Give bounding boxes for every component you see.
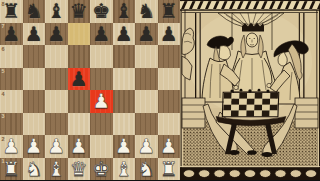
square-d5[interactable]: ♟ — [68, 68, 91, 91]
square-d6[interactable] — [68, 45, 91, 68]
square-d4[interactable] — [68, 90, 91, 113]
square-e3[interactable] — [90, 113, 113, 136]
black-queen: ♛ — [70, 0, 88, 23]
square-a7[interactable]: 7♟ — [0, 23, 23, 46]
black-pawn: ♟ — [137, 23, 155, 46]
square-g4[interactable] — [135, 90, 158, 113]
white-pawn: ♟ — [70, 135, 88, 158]
square-h8[interactable]: ♜ — [158, 0, 181, 23]
white-rook: ♜ — [160, 158, 178, 181]
square-f2[interactable]: ♟ — [113, 135, 136, 158]
square-h1[interactable]: ♜ — [158, 158, 181, 181]
square-g5[interactable] — [135, 68, 158, 91]
white-pawn: ♟ — [25, 135, 43, 158]
square-h6[interactable] — [158, 45, 181, 68]
square-d2[interactable]: ♟ — [68, 135, 91, 158]
square-c3[interactable] — [45, 113, 68, 136]
rank-label: 4 — [2, 91, 5, 97]
square-c6[interactable] — [45, 45, 68, 68]
square-a8[interactable]: 8♜ — [0, 0, 23, 23]
black-knight: ♞ — [25, 0, 43, 23]
square-c4[interactable] — [45, 90, 68, 113]
black-rook: ♜ — [160, 0, 178, 23]
rank-label: 5 — [2, 68, 5, 74]
square-b8[interactable]: ♞ — [23, 0, 46, 23]
square-f1[interactable]: ♝ — [113, 158, 136, 181]
square-e2[interactable] — [90, 135, 113, 158]
rank-label: 6 — [2, 46, 5, 52]
square-b6[interactable] — [23, 45, 46, 68]
black-bishop: ♝ — [47, 0, 65, 23]
square-c1[interactable]: ♝ — [45, 158, 68, 181]
square-b2[interactable]: ♟ — [23, 135, 46, 158]
square-d7[interactable] — [68, 23, 91, 46]
square-d8[interactable]: ♛ — [68, 0, 91, 23]
square-c2[interactable]: ♟ — [45, 135, 68, 158]
medieval-chess-woodcut — [180, 0, 320, 180]
square-e7[interactable]: ♟ — [90, 23, 113, 46]
square-f3[interactable] — [113, 113, 136, 136]
black-pawn: ♟ — [25, 23, 43, 46]
square-g3[interactable] — [135, 113, 158, 136]
black-pawn: ♟ — [2, 23, 20, 46]
white-pawn: ♟ — [92, 90, 110, 113]
white-bishop: ♝ — [47, 158, 65, 181]
square-c7[interactable]: ♟ — [45, 23, 68, 46]
white-king: ♚ — [92, 158, 110, 181]
square-e1[interactable]: ♚ — [90, 158, 113, 181]
black-bishop: ♝ — [115, 0, 133, 23]
square-g7[interactable]: ♟ — [135, 23, 158, 46]
black-pawn: ♟ — [92, 23, 110, 46]
square-f7[interactable]: ♟ — [113, 23, 136, 46]
square-c8[interactable]: ♝ — [45, 0, 68, 23]
rank-label: 3 — [2, 113, 5, 119]
white-pawn: ♟ — [47, 135, 65, 158]
square-f8[interactable]: ♝ — [113, 0, 136, 23]
rank-label: 1 — [2, 158, 5, 164]
bottom-border — [180, 166, 320, 180]
white-knight: ♞ — [25, 158, 43, 181]
square-g1[interactable]: ♞ — [135, 158, 158, 181]
square-g8[interactable]: ♞ — [135, 0, 158, 23]
square-b7[interactable]: ♟ — [23, 23, 46, 46]
square-e8[interactable]: ♚ — [90, 0, 113, 23]
square-h5[interactable] — [158, 68, 181, 91]
black-pawn: ♟ — [47, 23, 65, 46]
black-king: ♚ — [92, 0, 110, 23]
rank-label: 8 — [2, 1, 5, 7]
square-e5[interactable] — [90, 68, 113, 91]
white-rook: ♜ — [2, 158, 20, 181]
square-b5[interactable] — [23, 68, 46, 91]
square-a5[interactable]: 5 — [0, 68, 23, 91]
square-g6[interactable] — [135, 45, 158, 68]
square-h4[interactable] — [158, 90, 181, 113]
white-pawn: ♟ — [160, 135, 178, 158]
square-b1[interactable]: ♞ — [23, 158, 46, 181]
square-h3[interactable] — [158, 113, 181, 136]
white-queen: ♛ — [70, 158, 88, 181]
square-f4[interactable] — [113, 90, 136, 113]
rank-label: 7 — [2, 23, 5, 29]
square-a3[interactable]: 3 — [0, 113, 23, 136]
checkerboard — [223, 93, 278, 116]
square-f5[interactable] — [113, 68, 136, 91]
square-f6[interactable] — [113, 45, 136, 68]
square-a1[interactable]: 1♜ — [0, 158, 23, 181]
white-pawn: ♟ — [2, 135, 20, 158]
square-d1[interactable]: ♛ — [68, 158, 91, 181]
square-d3[interactable] — [68, 113, 91, 136]
white-knight: ♞ — [137, 158, 155, 181]
square-b4[interactable] — [23, 90, 46, 113]
white-pawn: ♟ — [137, 135, 155, 158]
square-a4[interactable]: 4 — [0, 90, 23, 113]
square-h2[interactable]: ♟ — [158, 135, 181, 158]
white-pawn: ♟ — [115, 135, 133, 158]
square-a2[interactable]: 2♟ — [0, 135, 23, 158]
black-knight: ♞ — [137, 0, 155, 23]
black-pawn: ♟ — [70, 68, 88, 91]
square-e4[interactable]: ♟ — [90, 90, 113, 113]
square-e6[interactable] — [90, 45, 113, 68]
chess-board: 8♜♞♝♛♚♝♞♜7♟♟♟♟♟♟♟65♟4♟32♟♟♟♟♟♟♟1♜♞♝♛♚♝♞♜ — [0, 0, 180, 180]
square-g2[interactable]: ♟ — [135, 135, 158, 158]
square-a6[interactable]: 6 — [0, 45, 23, 68]
rank-label: 2 — [2, 136, 5, 142]
square-c5[interactable] — [45, 68, 68, 91]
black-rook: ♜ — [2, 0, 20, 23]
square-h7[interactable]: ♟ — [158, 23, 181, 46]
video-thumbnail: 8♜♞♝♛♚♝♞♜7♟♟♟♟♟♟♟65♟4♟32♟♟♟♟♟♟♟1♜♞♝♛♚♝♞♜ — [0, 0, 320, 180]
white-bishop: ♝ — [115, 158, 133, 181]
black-pawn: ♟ — [160, 23, 178, 46]
square-b3[interactable] — [23, 113, 46, 136]
black-pawn: ♟ — [115, 23, 133, 46]
